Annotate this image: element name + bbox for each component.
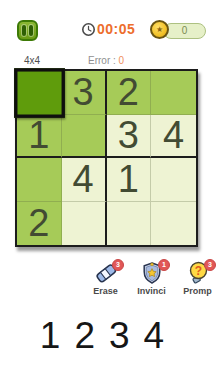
numpad-3[interactable]: 3 (109, 317, 130, 354)
timer-value: 00:05 (97, 21, 135, 37)
coin-icon: ★ (150, 20, 169, 39)
coin-counter[interactable]: 0 ★ (150, 20, 205, 40)
promp-button[interactable]: ?3Promp (178, 261, 216, 296)
error-separator: : (110, 55, 118, 66)
cell-r0c3[interactable] (151, 71, 196, 115)
cell-r2c2[interactable]: 1 (107, 158, 152, 202)
action-label: Erase (93, 286, 118, 296)
sudoku-board: 32134412 (15, 69, 198, 247)
error-count: 0 (119, 55, 125, 66)
cell-r2c3[interactable] (151, 158, 196, 202)
cell-r2c1[interactable]: 4 (62, 158, 107, 202)
cell-r0c2[interactable]: 2 (107, 71, 152, 115)
cell-r1c0[interactable]: 1 (17, 115, 62, 159)
clock-icon (81, 22, 96, 37)
erase-button[interactable]: 3Erase (86, 261, 125, 296)
numpad: 1234 (0, 317, 210, 354)
numpad-2[interactable]: 2 (74, 317, 95, 354)
pause-icon (22, 25, 26, 36)
cell-r2c0[interactable] (17, 158, 62, 202)
board-size-label: 4x4 (24, 55, 40, 66)
action-label: Promp (183, 286, 212, 296)
cell-r1c3[interactable]: 4 (151, 115, 196, 159)
pause-icon (29, 25, 33, 36)
numpad-1[interactable]: 1 (40, 317, 61, 354)
coin-count: 0 (163, 23, 206, 39)
cell-r3c1[interactable] (62, 202, 107, 246)
timer: 00:05 (81, 21, 135, 37)
count-badge: 3 (204, 259, 216, 271)
error-counter: Error : 0 (88, 55, 124, 66)
sudoku-app: 00:05 0 ★ 4x4 Error : 0 32134412 3Erase1… (0, 0, 216, 383)
cell-r3c2[interactable] (107, 202, 152, 246)
count-badge: 3 (112, 259, 124, 271)
numpad-4[interactable]: 4 (144, 317, 165, 354)
action-label: Invinci (137, 286, 166, 296)
cell-r1c1[interactable] (62, 115, 107, 159)
cell-r1c2[interactable]: 3 (107, 115, 152, 159)
count-badge: 1 (158, 259, 170, 271)
cell-r3c3[interactable] (151, 202, 196, 246)
pause-button[interactable] (17, 20, 38, 41)
cell-r3c0[interactable]: 2 (17, 202, 62, 246)
action-buttons: 3Erase1Invinci?3Promp (86, 261, 216, 296)
svg-text:?: ? (194, 264, 201, 278)
error-label: Error (88, 55, 110, 66)
invinci-button[interactable]: 1Invinci (132, 261, 171, 296)
cell-r0c0[interactable] (14, 68, 65, 117)
cell-r0c1[interactable]: 3 (62, 71, 107, 115)
